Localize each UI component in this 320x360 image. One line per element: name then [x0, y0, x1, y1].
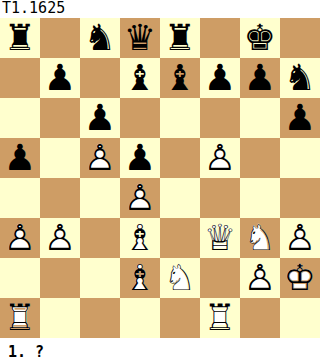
square-g4[interactable]: [240, 178, 280, 218]
piece-white-king: ♚♔: [280, 258, 320, 298]
square-a5[interactable]: ♟: [0, 138, 40, 178]
piece-black-rook: ♜: [0, 18, 40, 58]
square-e2[interactable]: ♞♘: [160, 258, 200, 298]
piece-white-knight: ♞♘: [240, 218, 280, 258]
square-b2[interactable]: [40, 258, 80, 298]
square-c7[interactable]: [80, 58, 120, 98]
square-d6[interactable]: [120, 98, 160, 138]
piece-white-pawn: ♟♙: [0, 218, 40, 258]
square-h2[interactable]: ♚♔: [280, 258, 320, 298]
square-b6[interactable]: [40, 98, 80, 138]
square-h8[interactable]: [280, 18, 320, 58]
square-c6[interactable]: ♟: [80, 98, 120, 138]
square-d3[interactable]: ♝♗: [120, 218, 160, 258]
square-b7[interactable]: ♟: [40, 58, 80, 98]
square-b4[interactable]: [40, 178, 80, 218]
square-b3[interactable]: ♟♙: [40, 218, 80, 258]
square-b8[interactable]: [40, 18, 80, 58]
square-d5[interactable]: ♟: [120, 138, 160, 178]
square-a1[interactable]: ♜♖: [0, 298, 40, 338]
square-d7[interactable]: ♝: [120, 58, 160, 98]
square-g1[interactable]: [240, 298, 280, 338]
diagram-title: T1.1625: [0, 0, 320, 18]
square-a2[interactable]: [0, 258, 40, 298]
piece-white-queen: ♛♕: [200, 218, 240, 258]
square-f3[interactable]: ♛♕: [200, 218, 240, 258]
piece-white-rook: ♜♖: [200, 298, 240, 338]
piece-white-pawn: ♟♙: [120, 178, 160, 218]
square-g3[interactable]: ♞♘: [240, 218, 280, 258]
piece-black-pawn: ♟: [240, 58, 280, 98]
move-prompt: 1. ?: [0, 338, 320, 360]
piece-black-pawn: ♟: [40, 58, 80, 98]
square-e7[interactable]: ♝: [160, 58, 200, 98]
square-e5[interactable]: [160, 138, 200, 178]
square-a3[interactable]: ♟♙: [0, 218, 40, 258]
square-f5[interactable]: ♟♙: [200, 138, 240, 178]
square-e3[interactable]: [160, 218, 200, 258]
piece-black-pawn: ♟: [0, 138, 40, 178]
square-d4[interactable]: ♟♙: [120, 178, 160, 218]
square-h4[interactable]: [280, 178, 320, 218]
piece-black-queen: ♛: [120, 18, 160, 58]
square-f4[interactable]: [200, 178, 240, 218]
square-h1[interactable]: [280, 298, 320, 338]
square-h3[interactable]: ♟♙: [280, 218, 320, 258]
square-c5[interactable]: ♟♙: [80, 138, 120, 178]
square-f2[interactable]: [200, 258, 240, 298]
square-a7[interactable]: [0, 58, 40, 98]
piece-black-pawn: ♟: [200, 58, 240, 98]
piece-black-bishop: ♝: [160, 58, 200, 98]
square-g7[interactable]: ♟: [240, 58, 280, 98]
square-c2[interactable]: [80, 258, 120, 298]
piece-black-pawn: ♟: [80, 98, 120, 138]
square-b1[interactable]: [40, 298, 80, 338]
square-f8[interactable]: [200, 18, 240, 58]
piece-white-pawn: ♟♙: [200, 138, 240, 178]
square-a4[interactable]: [0, 178, 40, 218]
piece-white-knight: ♞♘: [160, 258, 200, 298]
square-d1[interactable]: [120, 298, 160, 338]
square-g2[interactable]: ♟♙: [240, 258, 280, 298]
square-c1[interactable]: [80, 298, 120, 338]
square-e1[interactable]: [160, 298, 200, 338]
square-h7[interactable]: ♞: [280, 58, 320, 98]
piece-black-pawn: ♟: [120, 138, 160, 178]
square-d2[interactable]: ♝♗: [120, 258, 160, 298]
square-f7[interactable]: ♟: [200, 58, 240, 98]
piece-black-rook: ♜: [160, 18, 200, 58]
square-h5[interactable]: [280, 138, 320, 178]
piece-white-bishop: ♝♗: [120, 218, 160, 258]
piece-black-knight: ♞: [80, 18, 120, 58]
chess-board: ♜♞♛♜♚♟♝♝♟♟♞♟♟♟♟♙♟♟♙♟♙♟♙♟♙♝♗♛♕♞♘♟♙♝♗♞♘♟♙♚…: [0, 18, 320, 338]
square-c8[interactable]: ♞: [80, 18, 120, 58]
piece-white-pawn: ♟♙: [40, 218, 80, 258]
piece-black-king: ♚: [240, 18, 280, 58]
square-g5[interactable]: [240, 138, 280, 178]
square-g8[interactable]: ♚: [240, 18, 280, 58]
piece-black-pawn: ♟: [280, 98, 320, 138]
piece-white-pawn: ♟♙: [80, 138, 120, 178]
square-c4[interactable]: [80, 178, 120, 218]
square-h6[interactable]: ♟: [280, 98, 320, 138]
square-f6[interactable]: [200, 98, 240, 138]
square-g6[interactable]: [240, 98, 280, 138]
square-a8[interactable]: ♜: [0, 18, 40, 58]
piece-white-bishop: ♝♗: [120, 258, 160, 298]
square-b5[interactable]: [40, 138, 80, 178]
square-d8[interactable]: ♛: [120, 18, 160, 58]
square-e8[interactable]: ♜: [160, 18, 200, 58]
piece-white-rook: ♜♖: [0, 298, 40, 338]
square-e4[interactable]: [160, 178, 200, 218]
piece-white-pawn: ♟♙: [240, 258, 280, 298]
square-f1[interactable]: ♜♖: [200, 298, 240, 338]
piece-black-knight: ♞: [280, 58, 320, 98]
piece-black-bishop: ♝: [120, 58, 160, 98]
square-a6[interactable]: [0, 98, 40, 138]
square-c3[interactable]: [80, 218, 120, 258]
square-e6[interactable]: [160, 98, 200, 138]
piece-white-pawn: ♟♙: [280, 218, 320, 258]
